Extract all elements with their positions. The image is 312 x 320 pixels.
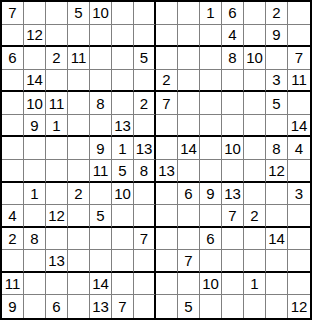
- cell-r9c7-empty[interactable]: [134, 183, 156, 206]
- cell-r5c7-given[interactable]: 2: [134, 92, 156, 115]
- cell-r8c9-empty[interactable]: [178, 160, 200, 183]
- cell-r6c11-empty[interactable]: [222, 115, 244, 138]
- cell-r4c2-given[interactable]: 14: [24, 70, 46, 93]
- cell-r13c14-empty[interactable]: [288, 273, 310, 296]
- cell-r14c5-given[interactable]: 13: [90, 295, 112, 318]
- cell-r6c12-empty[interactable]: [244, 115, 266, 138]
- cell-r4c7-empty[interactable]: [134, 70, 156, 93]
- cell-r11c7-given[interactable]: 7: [134, 228, 156, 251]
- cell-r11c10-given[interactable]: 6: [200, 228, 222, 251]
- cell-r10c4-empty[interactable]: [68, 205, 90, 228]
- cell-r12c1-empty[interactable]: [2, 250, 24, 273]
- cell-r12c7-empty[interactable]: [134, 250, 156, 273]
- cell-r14c14-given[interactable]: 12: [288, 295, 310, 318]
- cell-r10c14-empty[interactable]: [288, 205, 310, 228]
- cell-r9c13-empty[interactable]: [266, 183, 288, 206]
- cell-r8c1-empty[interactable]: [2, 160, 24, 183]
- cell-r12c5-empty[interactable]: [90, 250, 112, 273]
- cell-r13c2-empty[interactable]: [24, 273, 46, 296]
- cell-r14c10-empty[interactable]: [200, 295, 222, 318]
- cell-r13c1-given[interactable]: 11: [2, 273, 24, 296]
- cell-r9c12-empty[interactable]: [244, 183, 266, 206]
- cell-r3c8-empty[interactable]: [156, 47, 178, 70]
- cell-r14c9-given[interactable]: 5: [178, 295, 200, 318]
- cell-r4c3-empty[interactable]: [46, 70, 68, 93]
- cell-r1c14-empty[interactable]: [288, 2, 310, 25]
- cell-r4c1-empty[interactable]: [2, 70, 24, 93]
- cell-r7c8-empty[interactable]: [156, 137, 178, 160]
- cell-r5c4-empty[interactable]: [68, 92, 90, 115]
- cell-r6c4-empty[interactable]: [68, 115, 90, 138]
- cell-r12c12-empty[interactable]: [244, 250, 266, 273]
- cell-r12c8-empty[interactable]: [156, 250, 178, 273]
- cell-r4c4-empty[interactable]: [68, 70, 90, 93]
- cell-r3c12-given[interactable]: 10: [244, 47, 266, 70]
- cell-r9c4-given[interactable]: 2: [68, 183, 90, 206]
- cell-r13c6-empty[interactable]: [112, 273, 134, 296]
- cell-r3c10-empty[interactable]: [200, 47, 222, 70]
- cell-r2c8-empty[interactable]: [156, 25, 178, 48]
- cell-r5c14-empty[interactable]: [288, 92, 310, 115]
- cell-r3c1-given[interactable]: 6: [2, 47, 24, 70]
- cell-r7c4-empty[interactable]: [68, 137, 90, 160]
- cell-r11c6-empty[interactable]: [112, 228, 134, 251]
- cell-r1c12-empty[interactable]: [244, 2, 266, 25]
- cell-r2c10-empty[interactable]: [200, 25, 222, 48]
- cell-r8c14-empty[interactable]: [288, 160, 310, 183]
- cell-r11c13-given[interactable]: 14: [266, 228, 288, 251]
- cell-r3c2-empty[interactable]: [24, 47, 46, 70]
- cell-r12c13-empty[interactable]: [266, 250, 288, 273]
- cell-r14c12-empty[interactable]: [244, 295, 266, 318]
- cell-r5c2-given[interactable]: 10: [24, 92, 46, 115]
- cell-r7c11-given[interactable]: 10: [222, 137, 244, 160]
- cell-r8c7-given[interactable]: 8: [134, 160, 156, 183]
- cell-r5c6-empty[interactable]: [112, 92, 134, 115]
- cell-r2c2-given[interactable]: 12: [24, 25, 46, 48]
- cell-r2c6-empty[interactable]: [112, 25, 134, 48]
- cell-r5c11-empty[interactable]: [222, 92, 244, 115]
- cell-r5c10-empty[interactable]: [200, 92, 222, 115]
- cell-r10c3-given[interactable]: 12: [46, 205, 68, 228]
- cell-r3c9-empty[interactable]: [178, 47, 200, 70]
- cell-r3c6-empty[interactable]: [112, 47, 134, 70]
- cell-r3c14-given[interactable]: 7: [288, 47, 310, 70]
- cell-r4c8-given[interactable]: 2: [156, 70, 178, 93]
- cell-r6c1-empty[interactable]: [2, 115, 24, 138]
- cell-r13c8-empty[interactable]: [156, 273, 178, 296]
- cell-r14c1-given[interactable]: 9: [2, 295, 24, 318]
- cell-r6c3-given[interactable]: 1: [46, 115, 68, 138]
- cell-r5c12-empty[interactable]: [244, 92, 266, 115]
- cell-r8c3-empty[interactable]: [46, 160, 68, 183]
- cell-r5c5-given[interactable]: 8: [90, 92, 112, 115]
- cell-r1c3-empty[interactable]: [46, 2, 68, 25]
- cell-r13c5-given[interactable]: 14: [90, 273, 112, 296]
- cell-r7c13-given[interactable]: 8: [266, 137, 288, 160]
- cell-r14c7-empty[interactable]: [134, 295, 156, 318]
- cell-r10c1-given[interactable]: 4: [2, 205, 24, 228]
- cell-r1c5-given[interactable]: 10: [90, 2, 112, 25]
- cell-r10c5-given[interactable]: 5: [90, 205, 112, 228]
- cell-r1c11-given[interactable]: 6: [222, 2, 244, 25]
- cell-r4c11-empty[interactable]: [222, 70, 244, 93]
- cell-r1c7-empty[interactable]: [134, 2, 156, 25]
- cell-r3c11-given[interactable]: 8: [222, 47, 244, 70]
- cell-r7c3-empty[interactable]: [46, 137, 68, 160]
- cell-r11c12-empty[interactable]: [244, 228, 266, 251]
- cell-r1c10-given[interactable]: 1: [200, 2, 222, 25]
- cell-r11c14-empty[interactable]: [288, 228, 310, 251]
- cell-r10c13-empty[interactable]: [266, 205, 288, 228]
- cell-r3c3-given[interactable]: 2: [46, 47, 68, 70]
- cell-r8c4-empty[interactable]: [68, 160, 90, 183]
- cell-r13c3-empty[interactable]: [46, 273, 68, 296]
- cell-r5c9-empty[interactable]: [178, 92, 200, 115]
- cell-r13c13-empty[interactable]: [266, 273, 288, 296]
- cell-r10c6-empty[interactable]: [112, 205, 134, 228]
- cell-r1c4-given[interactable]: 5: [68, 2, 90, 25]
- cell-r5c1-empty[interactable]: [2, 92, 24, 115]
- cell-r4c10-empty[interactable]: [200, 70, 222, 93]
- cell-r13c11-empty[interactable]: [222, 273, 244, 296]
- cell-r6c2-given[interactable]: 9: [24, 115, 46, 138]
- cell-r10c7-empty[interactable]: [134, 205, 156, 228]
- cell-r12c4-empty[interactable]: [68, 250, 90, 273]
- cell-r6c9-empty[interactable]: [178, 115, 200, 138]
- cell-r4c14-given[interactable]: 11: [288, 70, 310, 93]
- cell-r12c9-given[interactable]: 7: [178, 250, 200, 273]
- cell-r12c10-empty[interactable]: [200, 250, 222, 273]
- cell-r7c5-given[interactable]: 9: [90, 137, 112, 160]
- cell-r11c11-empty[interactable]: [222, 228, 244, 251]
- cell-r14c3-given[interactable]: 6: [46, 295, 68, 318]
- cell-r6c6-given[interactable]: 13: [112, 115, 134, 138]
- cell-r1c1-given[interactable]: 7: [2, 2, 24, 25]
- cell-r5c8-given[interactable]: 7: [156, 92, 178, 115]
- cell-r3c5-empty[interactable]: [90, 47, 112, 70]
- cell-r13c9-empty[interactable]: [178, 273, 200, 296]
- cell-r7c7-given[interactable]: 13: [134, 137, 156, 160]
- cell-r1c6-empty[interactable]: [112, 2, 134, 25]
- cell-r7c6-given[interactable]: 1: [112, 137, 134, 160]
- cell-r4c6-empty[interactable]: [112, 70, 134, 93]
- cell-r9c11-given[interactable]: 13: [222, 183, 244, 206]
- cell-r12c14-empty[interactable]: [288, 250, 310, 273]
- cell-r2c3-empty[interactable]: [46, 25, 68, 48]
- cell-r9c14-given[interactable]: 3: [288, 183, 310, 206]
- cell-r14c13-empty[interactable]: [266, 295, 288, 318]
- cell-r2c1-empty[interactable]: [2, 25, 24, 48]
- cell-r2c5-empty[interactable]: [90, 25, 112, 48]
- cell-r6c7-empty[interactable]: [134, 115, 156, 138]
- cell-r11c8-empty[interactable]: [156, 228, 178, 251]
- cell-r3c13-empty[interactable]: [266, 47, 288, 70]
- cell-r9c5-empty[interactable]: [90, 183, 112, 206]
- cell-r14c11-empty[interactable]: [222, 295, 244, 318]
- cell-r1c13-given[interactable]: 2: [266, 2, 288, 25]
- cell-r4c13-given[interactable]: 3: [266, 70, 288, 93]
- cell-r9c2-given[interactable]: 1: [24, 183, 46, 206]
- cell-r9c10-given[interactable]: 9: [200, 183, 222, 206]
- cell-r9c6-given[interactable]: 10: [112, 183, 134, 206]
- cell-r12c6-empty[interactable]: [112, 250, 134, 273]
- cell-r7c1-empty[interactable]: [2, 137, 24, 160]
- cell-r7c12-empty[interactable]: [244, 137, 266, 160]
- cell-r13c4-empty[interactable]: [68, 273, 90, 296]
- cell-r11c2-given[interactable]: 8: [24, 228, 46, 251]
- cell-r9c8-empty[interactable]: [156, 183, 178, 206]
- cell-r5c13-given[interactable]: 5: [266, 92, 288, 115]
- cell-r2c14-empty[interactable]: [288, 25, 310, 48]
- cell-r6c5-empty[interactable]: [90, 115, 112, 138]
- cell-r8c11-empty[interactable]: [222, 160, 244, 183]
- cell-r14c4-empty[interactable]: [68, 295, 90, 318]
- cell-r14c2-empty[interactable]: [24, 295, 46, 318]
- cell-r9c1-empty[interactable]: [2, 183, 24, 206]
- cell-r4c5-empty[interactable]: [90, 70, 112, 93]
- cell-r10c8-empty[interactable]: [156, 205, 178, 228]
- cell-r7c10-empty[interactable]: [200, 137, 222, 160]
- cell-r4c12-empty[interactable]: [244, 70, 266, 93]
- cell-r2c13-given[interactable]: 9: [266, 25, 288, 48]
- cell-r13c10-given[interactable]: 10: [200, 273, 222, 296]
- cell-r2c12-empty[interactable]: [244, 25, 266, 48]
- cell-r6c10-empty[interactable]: [200, 115, 222, 138]
- cell-r12c11-empty[interactable]: [222, 250, 244, 273]
- cell-r10c10-empty[interactable]: [200, 205, 222, 228]
- cell-r8c13-given[interactable]: 12: [266, 160, 288, 183]
- cell-r10c11-given[interactable]: 7: [222, 205, 244, 228]
- cell-r10c12-given[interactable]: 2: [244, 205, 266, 228]
- cell-r11c4-empty[interactable]: [68, 228, 90, 251]
- cell-r14c6-given[interactable]: 7: [112, 295, 134, 318]
- cell-r1c8-empty[interactable]: [156, 2, 178, 25]
- cell-r8c2-empty[interactable]: [24, 160, 46, 183]
- cell-r1c9-empty[interactable]: [178, 2, 200, 25]
- cell-r11c1-given[interactable]: 2: [2, 228, 24, 251]
- cell-r4c9-empty[interactable]: [178, 70, 200, 93]
- cell-r2c7-empty[interactable]: [134, 25, 156, 48]
- cell-r11c5-empty[interactable]: [90, 228, 112, 251]
- cell-r2c9-empty[interactable]: [178, 25, 200, 48]
- cell-r14c8-empty[interactable]: [156, 295, 178, 318]
- cell-r3c7-given[interactable]: 5: [134, 47, 156, 70]
- cell-r13c7-empty[interactable]: [134, 273, 156, 296]
- cell-r10c2-empty[interactable]: [24, 205, 46, 228]
- cell-r7c2-empty[interactable]: [24, 137, 46, 160]
- cell-r12c3-given[interactable]: 13: [46, 250, 68, 273]
- cell-r6c14-given[interactable]: 14: [288, 115, 310, 138]
- cell-r8c8-given[interactable]: 13: [156, 160, 178, 183]
- cell-r6c8-empty[interactable]: [156, 115, 178, 138]
- cell-r5c3-given[interactable]: 11: [46, 92, 68, 115]
- cell-r10c9-empty[interactable]: [178, 205, 200, 228]
- cell-r6c13-empty[interactable]: [266, 115, 288, 138]
- cell-r2c11-given[interactable]: 4: [222, 25, 244, 48]
- cell-r11c9-empty[interactable]: [178, 228, 200, 251]
- sudoku-board: 7510162124962115810714231110118275911314…: [0, 0, 312, 320]
- cell-r7c14-given[interactable]: 4: [288, 137, 310, 160]
- cell-r13c12-given[interactable]: 1: [244, 273, 266, 296]
- cell-r7c9-given[interactable]: 14: [178, 137, 200, 160]
- cell-r2c4-empty[interactable]: [68, 25, 90, 48]
- cell-r11c3-empty[interactable]: [46, 228, 68, 251]
- cell-r8c10-empty[interactable]: [200, 160, 222, 183]
- cell-r1c2-empty[interactable]: [24, 2, 46, 25]
- cell-r8c6-given[interactable]: 5: [112, 160, 134, 183]
- cell-r9c3-empty[interactable]: [46, 183, 68, 206]
- cell-r8c12-empty[interactable]: [244, 160, 266, 183]
- cell-r3c4-given[interactable]: 11: [68, 47, 90, 70]
- cell-r9c9-given[interactable]: 6: [178, 183, 200, 206]
- cell-r8c5-given[interactable]: 11: [90, 160, 112, 183]
- cell-r12c2-empty[interactable]: [24, 250, 46, 273]
